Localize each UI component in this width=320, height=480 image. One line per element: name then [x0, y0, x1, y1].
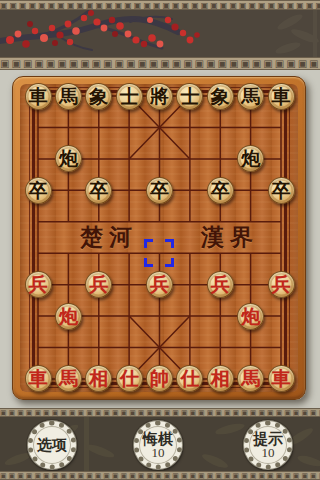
- piece-black-馬-1x0[interactable]: 馬: [55, 83, 82, 110]
- cursor-corner: [144, 239, 153, 248]
- piece-black-士-3x0[interactable]: 士: [116, 83, 143, 110]
- river-label-right: 漢界: [195, 222, 259, 253]
- piece-black-象-6x0[interactable]: 象: [207, 83, 234, 110]
- piece-black-卒-0x3[interactable]: 卒: [25, 177, 52, 204]
- piece-black-炮-1x2[interactable]: 炮: [55, 145, 82, 172]
- meander-border-middle: [0, 57, 320, 70]
- piece-red-馬-1x9[interactable]: 馬: [55, 365, 82, 392]
- undo-button-count: 10: [152, 447, 165, 459]
- options-button-label: 选项: [37, 437, 67, 453]
- piece-red-車-0x9[interactable]: 車: [25, 365, 52, 392]
- piece-red-帥-4x9[interactable]: 帥: [146, 365, 173, 392]
- piece-black-象-2x0[interactable]: 象: [85, 83, 112, 110]
- xiangqi-board[interactable]: 楚河 漢界 車馬象士將士象馬車炮炮卒卒卒卒卒兵兵兵兵兵炮炮車馬相仕帥仕相馬車: [12, 76, 306, 400]
- undo-button[interactable]: 悔棋 10: [134, 421, 182, 469]
- piece-black-卒-2x3[interactable]: 卒: [85, 177, 112, 204]
- piece-black-士-5x0[interactable]: 士: [176, 83, 203, 110]
- piece-red-兵-4x6[interactable]: 兵: [146, 271, 173, 298]
- piece-red-炮-1x7[interactable]: 炮: [55, 303, 82, 330]
- piece-black-車-0x0[interactable]: 車: [25, 83, 52, 110]
- piece-black-卒-4x3[interactable]: 卒: [146, 177, 173, 204]
- piece-red-車-8x9[interactable]: 車: [268, 365, 295, 392]
- hint-button-count: 10: [262, 447, 275, 459]
- cursor-corner: [144, 258, 153, 267]
- selection-cursor: [144, 239, 174, 267]
- piece-black-卒-8x3[interactable]: 卒: [268, 177, 295, 204]
- piece-black-將-4x0[interactable]: 將: [146, 83, 173, 110]
- river-label-left: 楚河: [74, 222, 138, 253]
- piece-black-馬-7x0[interactable]: 馬: [237, 83, 264, 110]
- meander-border-top: [0, 0, 320, 10]
- options-button[interactable]: 选项: [28, 421, 76, 469]
- piece-red-兵-0x6[interactable]: 兵: [25, 271, 52, 298]
- meander-border-bottom: [0, 471, 320, 480]
- cursor-corner: [165, 258, 174, 267]
- piece-red-兵-6x6[interactable]: 兵: [207, 271, 234, 298]
- piece-red-相-6x9[interactable]: 相: [207, 365, 234, 392]
- plum-blossom-art: [0, 10, 320, 57]
- piece-black-車-8x0[interactable]: 車: [268, 83, 295, 110]
- meander-border-footer-top: [0, 408, 320, 417]
- cursor-corner: [165, 239, 174, 248]
- piece-red-兵-8x6[interactable]: 兵: [268, 271, 295, 298]
- piece-red-炮-7x7[interactable]: 炮: [237, 303, 264, 330]
- piece-black-卒-6x3[interactable]: 卒: [207, 177, 234, 204]
- app-screen: 楚河 漢界 車馬象士將士象馬車炮炮卒卒卒卒卒兵兵兵兵兵炮炮車馬相仕帥仕相馬車: [0, 0, 320, 480]
- hint-button[interactable]: 提示 10: [244, 421, 292, 469]
- footer-panel: 选项 悔棋 10 提示 10: [0, 417, 320, 471]
- header-panel: [0, 10, 320, 57]
- piece-red-仕-3x9[interactable]: 仕: [116, 365, 143, 392]
